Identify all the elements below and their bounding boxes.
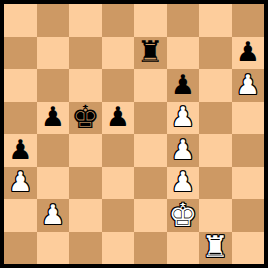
square-f6[interactable]: ♟ [167,69,200,102]
square-c5[interactable]: ♚ [69,102,102,135]
square-a5[interactable] [4,102,37,135]
piece-white-pawn[interactable]: ♟ [4,166,37,201]
piece-black-pawn[interactable]: ♟ [4,133,37,168]
piece-black-pawn[interactable]: ♟ [232,36,265,71]
square-g5[interactable] [199,102,232,135]
square-d6[interactable] [102,69,135,102]
square-b1[interactable] [37,232,70,265]
square-f7[interactable] [167,37,200,70]
square-e2[interactable] [134,199,167,232]
square-f3[interactable]: ♟ [167,167,200,200]
piece-white-pawn[interactable]: ♟ [167,166,200,201]
square-h7[interactable]: ♟ [232,37,265,70]
chess-board-frame: ♜♟♟♟♟♚♟♟♟♟♟♟♟♚♜ [0,0,268,268]
square-d1[interactable] [102,232,135,265]
piece-black-pawn[interactable]: ♟ [102,101,135,136]
square-c7[interactable] [69,37,102,70]
square-c3[interactable] [69,167,102,200]
square-f5[interactable]: ♟ [167,102,200,135]
square-d3[interactable] [102,167,135,200]
square-h1[interactable] [232,232,265,265]
square-c4[interactable] [69,134,102,167]
square-a8[interactable] [4,4,37,37]
square-h4[interactable] [232,134,265,167]
square-a2[interactable] [4,199,37,232]
square-d5[interactable]: ♟ [102,102,135,135]
square-e6[interactable] [134,69,167,102]
piece-white-rook[interactable]: ♜ [199,231,232,265]
square-g8[interactable] [199,4,232,37]
square-b8[interactable] [37,4,70,37]
square-h6[interactable]: ♟ [232,69,265,102]
square-a1[interactable] [4,232,37,265]
piece-black-king[interactable]: ♚ [69,101,102,135]
square-a6[interactable] [4,69,37,102]
square-e3[interactable] [134,167,167,200]
piece-white-pawn[interactable]: ♟ [167,101,200,136]
square-g2[interactable] [199,199,232,232]
square-c8[interactable] [69,4,102,37]
square-h5[interactable] [232,102,265,135]
square-b4[interactable] [37,134,70,167]
square-f8[interactable] [167,4,200,37]
square-f4[interactable]: ♟ [167,134,200,167]
piece-white-pawn[interactable]: ♟ [232,68,265,103]
square-f2[interactable]: ♚ [167,199,200,232]
square-f1[interactable] [167,232,200,265]
square-b6[interactable] [37,69,70,102]
square-g3[interactable] [199,167,232,200]
square-c2[interactable] [69,199,102,232]
square-a7[interactable] [4,37,37,70]
square-b3[interactable] [37,167,70,200]
square-a4[interactable]: ♟ [4,134,37,167]
chess-board: ♜♟♟♟♟♚♟♟♟♟♟♟♟♚♜ [4,4,264,264]
square-b7[interactable] [37,37,70,70]
square-d7[interactable] [102,37,135,70]
square-h2[interactable] [232,199,265,232]
square-d4[interactable] [102,134,135,167]
square-c6[interactable] [69,69,102,102]
piece-black-pawn[interactable]: ♟ [167,68,200,103]
square-h3[interactable] [232,167,265,200]
piece-black-rook[interactable]: ♜ [134,36,167,70]
square-e4[interactable] [134,134,167,167]
piece-white-king[interactable]: ♚ [167,199,200,233]
square-g1[interactable]: ♜ [199,232,232,265]
square-b2[interactable]: ♟ [37,199,70,232]
square-g4[interactable] [199,134,232,167]
square-h8[interactable] [232,4,265,37]
piece-black-pawn[interactable]: ♟ [37,101,70,136]
square-e7[interactable]: ♜ [134,37,167,70]
square-g6[interactable] [199,69,232,102]
piece-white-pawn[interactable]: ♟ [37,198,70,233]
piece-white-pawn[interactable]: ♟ [167,133,200,168]
square-e1[interactable] [134,232,167,265]
square-a3[interactable]: ♟ [4,167,37,200]
square-e8[interactable] [134,4,167,37]
square-b5[interactable]: ♟ [37,102,70,135]
square-d2[interactable] [102,199,135,232]
square-e5[interactable] [134,102,167,135]
square-d8[interactable] [102,4,135,37]
square-g7[interactable] [199,37,232,70]
square-c1[interactable] [69,232,102,265]
